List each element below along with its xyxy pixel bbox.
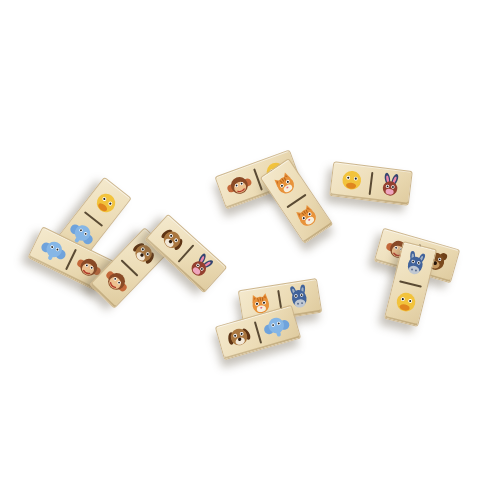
domino-tile-duck-rabbit[interactable] [329, 161, 413, 205]
domino-tile-cat-cat[interactable] [259, 158, 333, 244]
monkey-icon [222, 168, 257, 203]
elephant-icon [35, 232, 71, 268]
rabbit-icon [375, 170, 405, 200]
photo-area [0, 0, 500, 500]
dog-icon [223, 321, 256, 354]
duck-icon [337, 166, 367, 196]
cat-icon [288, 198, 325, 235]
donkey-icon [398, 249, 431, 282]
tile-half-duck [330, 162, 373, 200]
tile-half-rabbit [369, 167, 412, 205]
elephant-icon [260, 310, 293, 343]
duck-icon [389, 287, 422, 320]
